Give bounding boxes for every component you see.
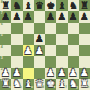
square-b5[interactable] (11, 34, 22, 45)
square-e2[interactable]: ♟ (45, 68, 56, 79)
square-g5[interactable] (68, 34, 79, 45)
rank-label-4: 4 (1, 46, 3, 50)
black-pawn-icon: ♟ (56, 11, 67, 22)
square-g3[interactable] (68, 56, 79, 67)
square-a6[interactable]: 6 (0, 23, 11, 34)
square-c7[interactable]: ♟ (23, 11, 34, 22)
square-f2[interactable]: ♟ (56, 68, 67, 79)
square-a4[interactable]: 4 (0, 45, 11, 56)
square-g2[interactable]: ♟ (68, 68, 79, 79)
square-g8[interactable]: ♞ (68, 0, 79, 11)
square-f4[interactable] (56, 45, 67, 56)
black-king-icon: ♚ (45, 0, 56, 11)
square-g7[interactable]: ♟ (68, 11, 79, 22)
square-g4[interactable] (68, 45, 79, 56)
square-c2[interactable] (23, 68, 34, 79)
square-b2[interactable]: ♟ (11, 68, 22, 79)
black-pawn-icon: ♟ (11, 11, 22, 22)
white-pawn-icon: ♟ (68, 68, 79, 79)
white-pawn-icon: ♟ (45, 68, 56, 79)
square-a1[interactable]: 1a♜ (0, 79, 11, 90)
square-b4[interactable] (11, 45, 22, 56)
square-h5[interactable] (79, 34, 90, 45)
square-g1[interactable]: g♞ (68, 79, 79, 90)
square-f3[interactable] (56, 56, 67, 67)
chess-board: 8♜♞♝♛♚♝♞♜7♟♟♟♟♟♟♟65♟4♟♟32♟♟♟♟♟♟1a♜b♞c♝d♛… (0, 0, 90, 90)
square-d3[interactable] (34, 56, 45, 67)
black-pawn-icon: ♟ (79, 11, 90, 22)
square-f7[interactable]: ♟ (56, 11, 67, 22)
square-b1[interactable]: b♞ (11, 79, 22, 90)
square-c8[interactable]: ♝ (23, 0, 34, 11)
black-pawn-icon: ♟ (45, 11, 56, 22)
square-c3[interactable] (23, 56, 34, 67)
white-pawn-icon: ♟ (23, 45, 34, 56)
square-d8[interactable]: ♛ (34, 0, 45, 11)
black-bishop-icon: ♝ (23, 0, 34, 11)
square-e4[interactable] (45, 45, 56, 56)
square-d2[interactable] (34, 68, 45, 79)
black-pawn-icon: ♟ (34, 34, 45, 45)
black-knight-icon: ♞ (68, 0, 79, 11)
black-pawn-icon: ♟ (68, 11, 79, 22)
square-a5[interactable]: 5 (0, 34, 11, 45)
square-a2[interactable]: 2♟ (0, 68, 11, 79)
square-e8[interactable]: ♚ (45, 0, 56, 11)
square-f6[interactable] (56, 23, 67, 34)
square-c4[interactable]: ♟ (23, 45, 34, 56)
square-a7[interactable]: 7♟ (0, 11, 11, 22)
white-rook-icon: ♜ (0, 79, 11, 90)
white-king-icon: ♚ (45, 79, 56, 90)
square-d6[interactable] (34, 23, 45, 34)
square-f5[interactable] (56, 34, 67, 45)
white-rook-icon: ♜ (79, 79, 90, 90)
square-h7[interactable]: ♟ (79, 11, 90, 22)
square-h6[interactable] (79, 23, 90, 34)
white-knight-icon: ♞ (68, 79, 79, 90)
square-h8[interactable]: ♜ (79, 0, 90, 11)
square-c1[interactable]: c♝ (23, 79, 34, 90)
black-bishop-icon: ♝ (56, 0, 67, 11)
square-h3[interactable] (79, 56, 90, 67)
square-e1[interactable]: e♚ (45, 79, 56, 90)
square-e3[interactable] (45, 56, 56, 67)
white-pawn-icon: ♟ (0, 68, 11, 79)
white-bishop-icon: ♝ (23, 79, 34, 90)
square-b7[interactable]: ♟ (11, 11, 22, 22)
white-pawn-icon: ♟ (56, 68, 67, 79)
rank-label-5: 5 (1, 34, 3, 38)
black-knight-icon: ♞ (11, 0, 22, 11)
black-pawn-icon: ♟ (23, 11, 34, 22)
white-knight-icon: ♞ (11, 79, 22, 90)
square-a8[interactable]: 8♜ (0, 0, 11, 11)
square-a3[interactable]: 3 (0, 56, 11, 67)
square-e7[interactable]: ♟ (45, 11, 56, 22)
black-rook-icon: ♜ (79, 0, 90, 11)
square-f1[interactable]: f♝ (56, 79, 67, 90)
square-c6[interactable] (23, 23, 34, 34)
white-pawn-icon: ♟ (34, 45, 45, 56)
black-pawn-icon: ♟ (0, 11, 11, 22)
white-queen-icon: ♛ (34, 79, 45, 90)
white-bishop-icon: ♝ (56, 79, 67, 90)
square-h2[interactable]: ♟ (79, 68, 90, 79)
rank-label-3: 3 (1, 57, 3, 61)
square-h1[interactable]: h♜ (79, 79, 90, 90)
square-d7[interactable] (34, 11, 45, 22)
square-d5[interactable]: ♟ (34, 34, 45, 45)
square-d1[interactable]: d♛ (34, 79, 45, 90)
square-e6[interactable] (45, 23, 56, 34)
square-g6[interactable] (68, 23, 79, 34)
black-queen-icon: ♛ (34, 0, 45, 11)
square-d4[interactable]: ♟ (34, 45, 45, 56)
square-f8[interactable]: ♝ (56, 0, 67, 11)
black-rook-icon: ♜ (0, 0, 11, 11)
square-e5[interactable] (45, 34, 56, 45)
white-pawn-icon: ♟ (11, 68, 22, 79)
square-h4[interactable] (79, 45, 90, 56)
rank-label-6: 6 (1, 23, 3, 27)
square-b6[interactable] (11, 23, 22, 34)
square-c5[interactable] (23, 34, 34, 45)
white-pawn-icon: ♟ (79, 68, 90, 79)
square-b8[interactable]: ♞ (11, 0, 22, 11)
square-b3[interactable] (11, 56, 22, 67)
